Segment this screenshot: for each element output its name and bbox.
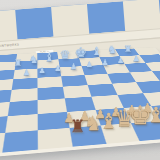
piece-black-bishop[interactable]: ♝ — [91, 46, 101, 57]
piece-black-pawn[interactable]: ♟ — [70, 62, 77, 70]
piece-black-pawn[interactable]: ♟ — [86, 60, 93, 68]
pieces-layer: ♜♞♝♛♚♝♞♜♟♟♟♟♟♟♟♟♟♟♟♟♟♟♟♟♜♞♝♛♚♝♞♜ — [0, 0, 160, 160]
piece-white-rook[interactable]: ♜ — [70, 117, 86, 134]
product-photo-scene: PRINTWORKS PLAY — CHESS ♜♞♝♛♚♝♞♜♟♟♟♟♟♟♟♟… — [0, 0, 160, 160]
piece-white-bishop[interactable]: ♝ — [146, 104, 160, 125]
piece-black-pawn[interactable]: ♟ — [54, 64, 61, 72]
piece-black-knight[interactable]: ♞ — [29, 55, 39, 66]
piece-black-knight[interactable]: ♞ — [107, 45, 117, 56]
piece-black-bishop[interactable]: ♝ — [44, 52, 54, 63]
piece-black-rook[interactable]: ♜ — [14, 58, 22, 67]
piece-black-pawn[interactable]: ♟ — [101, 58, 108, 66]
piece-black-queen[interactable]: ♛ — [60, 49, 71, 61]
piece-black-pawn[interactable]: ♟ — [133, 54, 140, 62]
piece-black-king[interactable]: ♚ — [75, 46, 87, 60]
piece-black-pawn[interactable]: ♟ — [117, 56, 124, 64]
piece-black-pawn[interactable]: ♟ — [39, 66, 46, 74]
piece-black-rook[interactable]: ♜ — [124, 44, 132, 53]
piece-black-pawn[interactable]: ♟ — [23, 68, 30, 76]
